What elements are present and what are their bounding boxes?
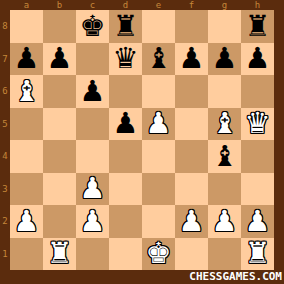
chess-board-diagram: abcdefgh 87654321 ♚♜♜♟♟♛♝♟♟♟♝♟♟♟♝♛♝♟♟♟♟♟… [0,0,284,284]
square-c2[interactable]: ♟ [76,205,109,238]
file-label-f: f [175,0,208,10]
square-g6[interactable] [208,75,241,108]
square-g7[interactable]: ♟ [208,43,241,76]
square-b6[interactable] [43,75,76,108]
white-king[interactable]: ♚ [142,238,175,271]
rank-label-1: 1 [0,238,10,271]
square-d5[interactable]: ♟ [109,108,142,141]
black-pawn[interactable]: ♟ [43,43,76,76]
black-pawn[interactable]: ♟ [241,43,274,76]
white-rook[interactable]: ♜ [241,238,274,271]
square-f1[interactable] [175,238,208,271]
square-d4[interactable] [109,140,142,173]
white-pawn[interactable]: ♟ [208,205,241,238]
white-rook[interactable]: ♜ [43,238,76,271]
square-a2[interactable]: ♟ [10,205,43,238]
square-g5[interactable]: ♝ [208,108,241,141]
square-h3[interactable] [241,173,274,206]
black-bishop[interactable]: ♝ [208,140,241,173]
square-f8[interactable] [175,10,208,43]
file-label-b: b [43,0,76,10]
square-b3[interactable] [43,173,76,206]
square-c7[interactable] [76,43,109,76]
square-b2[interactable] [43,205,76,238]
square-g2[interactable]: ♟ [208,205,241,238]
square-e4[interactable] [142,140,175,173]
black-pawn[interactable]: ♟ [175,43,208,76]
rank-label-8: 8 [0,10,10,43]
rank-labels: 87654321 [0,10,10,270]
square-b4[interactable] [43,140,76,173]
square-e5[interactable]: ♟ [142,108,175,141]
square-a4[interactable] [10,140,43,173]
square-e7[interactable]: ♝ [142,43,175,76]
rank-label-5: 5 [0,108,10,141]
square-a3[interactable] [10,173,43,206]
chessgames-watermark: CHESSGAMES.COM [189,270,282,284]
square-b8[interactable] [43,10,76,43]
square-b5[interactable] [43,108,76,141]
black-bishop[interactable]: ♝ [142,43,175,76]
white-bishop[interactable]: ♝ [10,75,43,108]
square-a6[interactable]: ♝ [10,75,43,108]
square-h1[interactable]: ♜ [241,238,274,271]
square-c4[interactable] [76,140,109,173]
square-d1[interactable] [109,238,142,271]
square-c3[interactable]: ♟ [76,173,109,206]
square-c5[interactable] [76,108,109,141]
square-d3[interactable] [109,173,142,206]
square-a7[interactable]: ♟ [10,43,43,76]
square-d6[interactable] [109,75,142,108]
square-c8[interactable]: ♚ [76,10,109,43]
file-label-e: e [142,0,175,10]
square-a1[interactable] [10,238,43,271]
black-pawn[interactable]: ♟ [208,43,241,76]
square-d7[interactable]: ♛ [109,43,142,76]
square-b7[interactable]: ♟ [43,43,76,76]
square-h7[interactable]: ♟ [241,43,274,76]
square-h8[interactable]: ♜ [241,10,274,43]
white-pawn[interactable]: ♟ [76,205,109,238]
rank-label-6: 6 [0,75,10,108]
square-a5[interactable] [10,108,43,141]
file-label-g: g [208,0,241,10]
black-rook[interactable]: ♜ [109,10,142,43]
white-pawn[interactable]: ♟ [10,205,43,238]
black-king[interactable]: ♚ [76,10,109,43]
white-pawn[interactable]: ♟ [76,173,109,206]
square-c1[interactable] [76,238,109,271]
square-e1[interactable]: ♚ [142,238,175,271]
square-h4[interactable] [241,140,274,173]
rank-label-2: 2 [0,205,10,238]
square-g3[interactable] [208,173,241,206]
square-f6[interactable] [175,75,208,108]
square-f4[interactable] [175,140,208,173]
square-g4[interactable]: ♝ [208,140,241,173]
square-e3[interactable] [142,173,175,206]
square-b1[interactable]: ♜ [43,238,76,271]
square-d8[interactable]: ♜ [109,10,142,43]
square-h2[interactable]: ♟ [241,205,274,238]
white-pawn[interactable]: ♟ [142,108,175,141]
file-labels: abcdefgh [10,0,274,10]
square-e6[interactable] [142,75,175,108]
white-bishop[interactable]: ♝ [208,108,241,141]
white-queen[interactable]: ♛ [241,108,274,141]
white-pawn[interactable]: ♟ [241,205,274,238]
black-pawn[interactable]: ♟ [109,108,142,141]
rank-label-3: 3 [0,173,10,206]
square-a8[interactable] [10,10,43,43]
square-h6[interactable] [241,75,274,108]
square-f7[interactable]: ♟ [175,43,208,76]
white-pawn[interactable]: ♟ [175,205,208,238]
square-d2[interactable] [109,205,142,238]
black-pawn[interactable]: ♟ [10,43,43,76]
chess-board: ♚♜♜♟♟♛♝♟♟♟♝♟♟♟♝♛♝♟♟♟♟♟♟♜♚♜ [10,10,274,270]
square-f2[interactable]: ♟ [175,205,208,238]
square-c6[interactable]: ♟ [76,75,109,108]
rank-label-7: 7 [0,43,10,76]
square-f5[interactable] [175,108,208,141]
square-g8[interactable] [208,10,241,43]
rank-label-4: 4 [0,140,10,173]
square-h5[interactable]: ♛ [241,108,274,141]
square-e8[interactable] [142,10,175,43]
black-pawn[interactable]: ♟ [76,75,109,108]
square-e2[interactable] [142,205,175,238]
file-label-a: a [10,0,43,10]
square-f3[interactable] [175,173,208,206]
black-queen[interactable]: ♛ [109,43,142,76]
square-g1[interactable] [208,238,241,271]
black-rook[interactable]: ♜ [241,10,274,43]
